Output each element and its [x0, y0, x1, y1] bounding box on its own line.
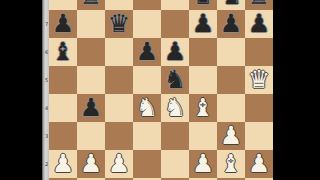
square-d4[interactable]: ♞: [133, 94, 161, 122]
piece-black-bishop-a6[interactable]: ♝: [49, 38, 77, 66]
square-h5[interactable]: ♛: [245, 66, 273, 94]
piece-white-king-f1[interactable]: ♚: [189, 178, 217, 180]
square-c1[interactable]: [105, 178, 133, 180]
square-e2[interactable]: [161, 150, 189, 178]
video-frame: 87654321 ♜♚♞♜♟♛♟♟♟♝♟♟♞♛♟♞♞♝♟♟♟♟♟♝♟♜♚♜: [0, 0, 320, 180]
square-b7[interactable]: [77, 10, 105, 38]
piece-black-rook-b8[interactable]: ♜: [77, 0, 105, 10]
square-b8[interactable]: ♜: [77, 0, 105, 10]
piece-white-knight-d4[interactable]: ♞: [133, 94, 161, 122]
piece-white-pawn-f2[interactable]: ♟: [189, 150, 217, 178]
square-b6[interactable]: [77, 38, 105, 66]
square-d3[interactable]: [133, 122, 161, 150]
piece-black-pawn-h7[interactable]: ♟: [245, 10, 273, 38]
square-e3[interactable]: [161, 122, 189, 150]
piece-white-bishop-f4[interactable]: ♝: [189, 94, 217, 122]
square-a4[interactable]: [49, 94, 77, 122]
square-c3[interactable]: [105, 122, 133, 150]
square-h8[interactable]: ♜: [245, 0, 273, 10]
piece-black-pawn-b4[interactable]: ♟: [77, 94, 105, 122]
square-g5[interactable]: [217, 66, 245, 94]
square-h3[interactable]: [245, 122, 273, 150]
piece-white-pawn-c2[interactable]: ♟: [105, 150, 133, 178]
square-g3[interactable]: ♟: [217, 122, 245, 150]
square-c6[interactable]: [105, 38, 133, 66]
square-b1[interactable]: [77, 178, 105, 180]
piece-white-pawn-b2[interactable]: ♟: [77, 150, 105, 178]
square-b3[interactable]: [77, 122, 105, 150]
piece-white-queen-h5[interactable]: ♛: [245, 66, 273, 94]
square-f5[interactable]: [189, 66, 217, 94]
square-d6[interactable]: ♟: [133, 38, 161, 66]
piece-white-knight-e4[interactable]: ♞: [161, 94, 189, 122]
square-a5[interactable]: [49, 66, 77, 94]
piece-black-knight-g8[interactable]: ♞: [217, 0, 245, 10]
square-a2[interactable]: ♟: [49, 150, 77, 178]
square-a1[interactable]: ♜: [49, 178, 77, 180]
piece-black-queen-c7[interactable]: ♛: [105, 10, 133, 38]
square-b5[interactable]: [77, 66, 105, 94]
square-g1[interactable]: [217, 178, 245, 180]
piece-black-king-f8[interactable]: ♚: [189, 0, 217, 10]
square-e8[interactable]: [161, 0, 189, 10]
square-a8[interactable]: [49, 0, 77, 10]
square-c7[interactable]: ♛: [105, 10, 133, 38]
piece-black-pawn-g7[interactable]: ♟: [217, 10, 245, 38]
square-c4[interactable]: [105, 94, 133, 122]
square-h1[interactable]: ♜: [245, 178, 273, 180]
chess-board[interactable]: ♜♚♞♜♟♛♟♟♟♝♟♟♞♛♟♞♞♝♟♟♟♟♟♝♟♜♚♜: [49, 0, 273, 180]
square-e7[interactable]: [161, 10, 189, 38]
square-h2[interactable]: ♟: [245, 150, 273, 178]
piece-black-pawn-a7[interactable]: ♟: [49, 10, 77, 38]
square-g2[interactable]: ♝: [217, 150, 245, 178]
square-d5[interactable]: [133, 66, 161, 94]
square-b2[interactable]: ♟: [77, 150, 105, 178]
square-g4[interactable]: [217, 94, 245, 122]
square-h6[interactable]: [245, 38, 273, 66]
square-g8[interactable]: ♞: [217, 0, 245, 10]
square-d8[interactable]: [133, 0, 161, 10]
square-e4[interactable]: ♞: [161, 94, 189, 122]
piece-black-pawn-f7[interactable]: ♟: [189, 10, 217, 38]
piece-white-rook-a1[interactable]: ♜: [49, 178, 77, 180]
square-a7[interactable]: ♟: [49, 10, 77, 38]
square-a6[interactable]: ♝: [49, 38, 77, 66]
square-d2[interactable]: [133, 150, 161, 178]
piece-white-bishop-g2[interactable]: ♝: [217, 150, 245, 178]
square-h7[interactable]: ♟: [245, 10, 273, 38]
square-c8[interactable]: [105, 0, 133, 10]
letterbox-left: [0, 0, 42, 180]
square-e1[interactable]: [161, 178, 189, 180]
square-d1[interactable]: [133, 178, 161, 180]
square-h4[interactable]: [245, 94, 273, 122]
square-f4[interactable]: ♝: [189, 94, 217, 122]
square-f7[interactable]: ♟: [189, 10, 217, 38]
square-a3[interactable]: [49, 122, 77, 150]
square-f8[interactable]: ♚: [189, 0, 217, 10]
square-e6[interactable]: ♟: [161, 38, 189, 66]
square-f3[interactable]: [189, 122, 217, 150]
piece-white-rook-h1[interactable]: ♜: [245, 178, 273, 180]
square-c5[interactable]: [105, 66, 133, 94]
square-e5[interactable]: ♞: [161, 66, 189, 94]
square-f2[interactable]: ♟: [189, 150, 217, 178]
piece-black-pawn-e6[interactable]: ♟: [161, 38, 189, 66]
piece-white-pawn-a2[interactable]: ♟: [49, 150, 77, 178]
square-c2[interactable]: ♟: [105, 150, 133, 178]
square-g7[interactable]: ♟: [217, 10, 245, 38]
letterbox-right: [273, 0, 320, 180]
square-g6[interactable]: [217, 38, 245, 66]
coordinate-bar: 87654321: [42, 0, 49, 180]
piece-black-pawn-d6[interactable]: ♟: [133, 38, 161, 66]
piece-white-pawn-g3[interactable]: ♟: [217, 122, 245, 150]
square-f6[interactable]: [189, 38, 217, 66]
piece-white-pawn-h2[interactable]: ♟: [245, 150, 273, 178]
square-b4[interactable]: ♟: [77, 94, 105, 122]
square-f1[interactable]: ♚: [189, 178, 217, 180]
piece-black-rook-h8[interactable]: ♜: [245, 0, 273, 10]
piece-black-knight-e5[interactable]: ♞: [161, 66, 189, 94]
square-d7[interactable]: [133, 10, 161, 38]
